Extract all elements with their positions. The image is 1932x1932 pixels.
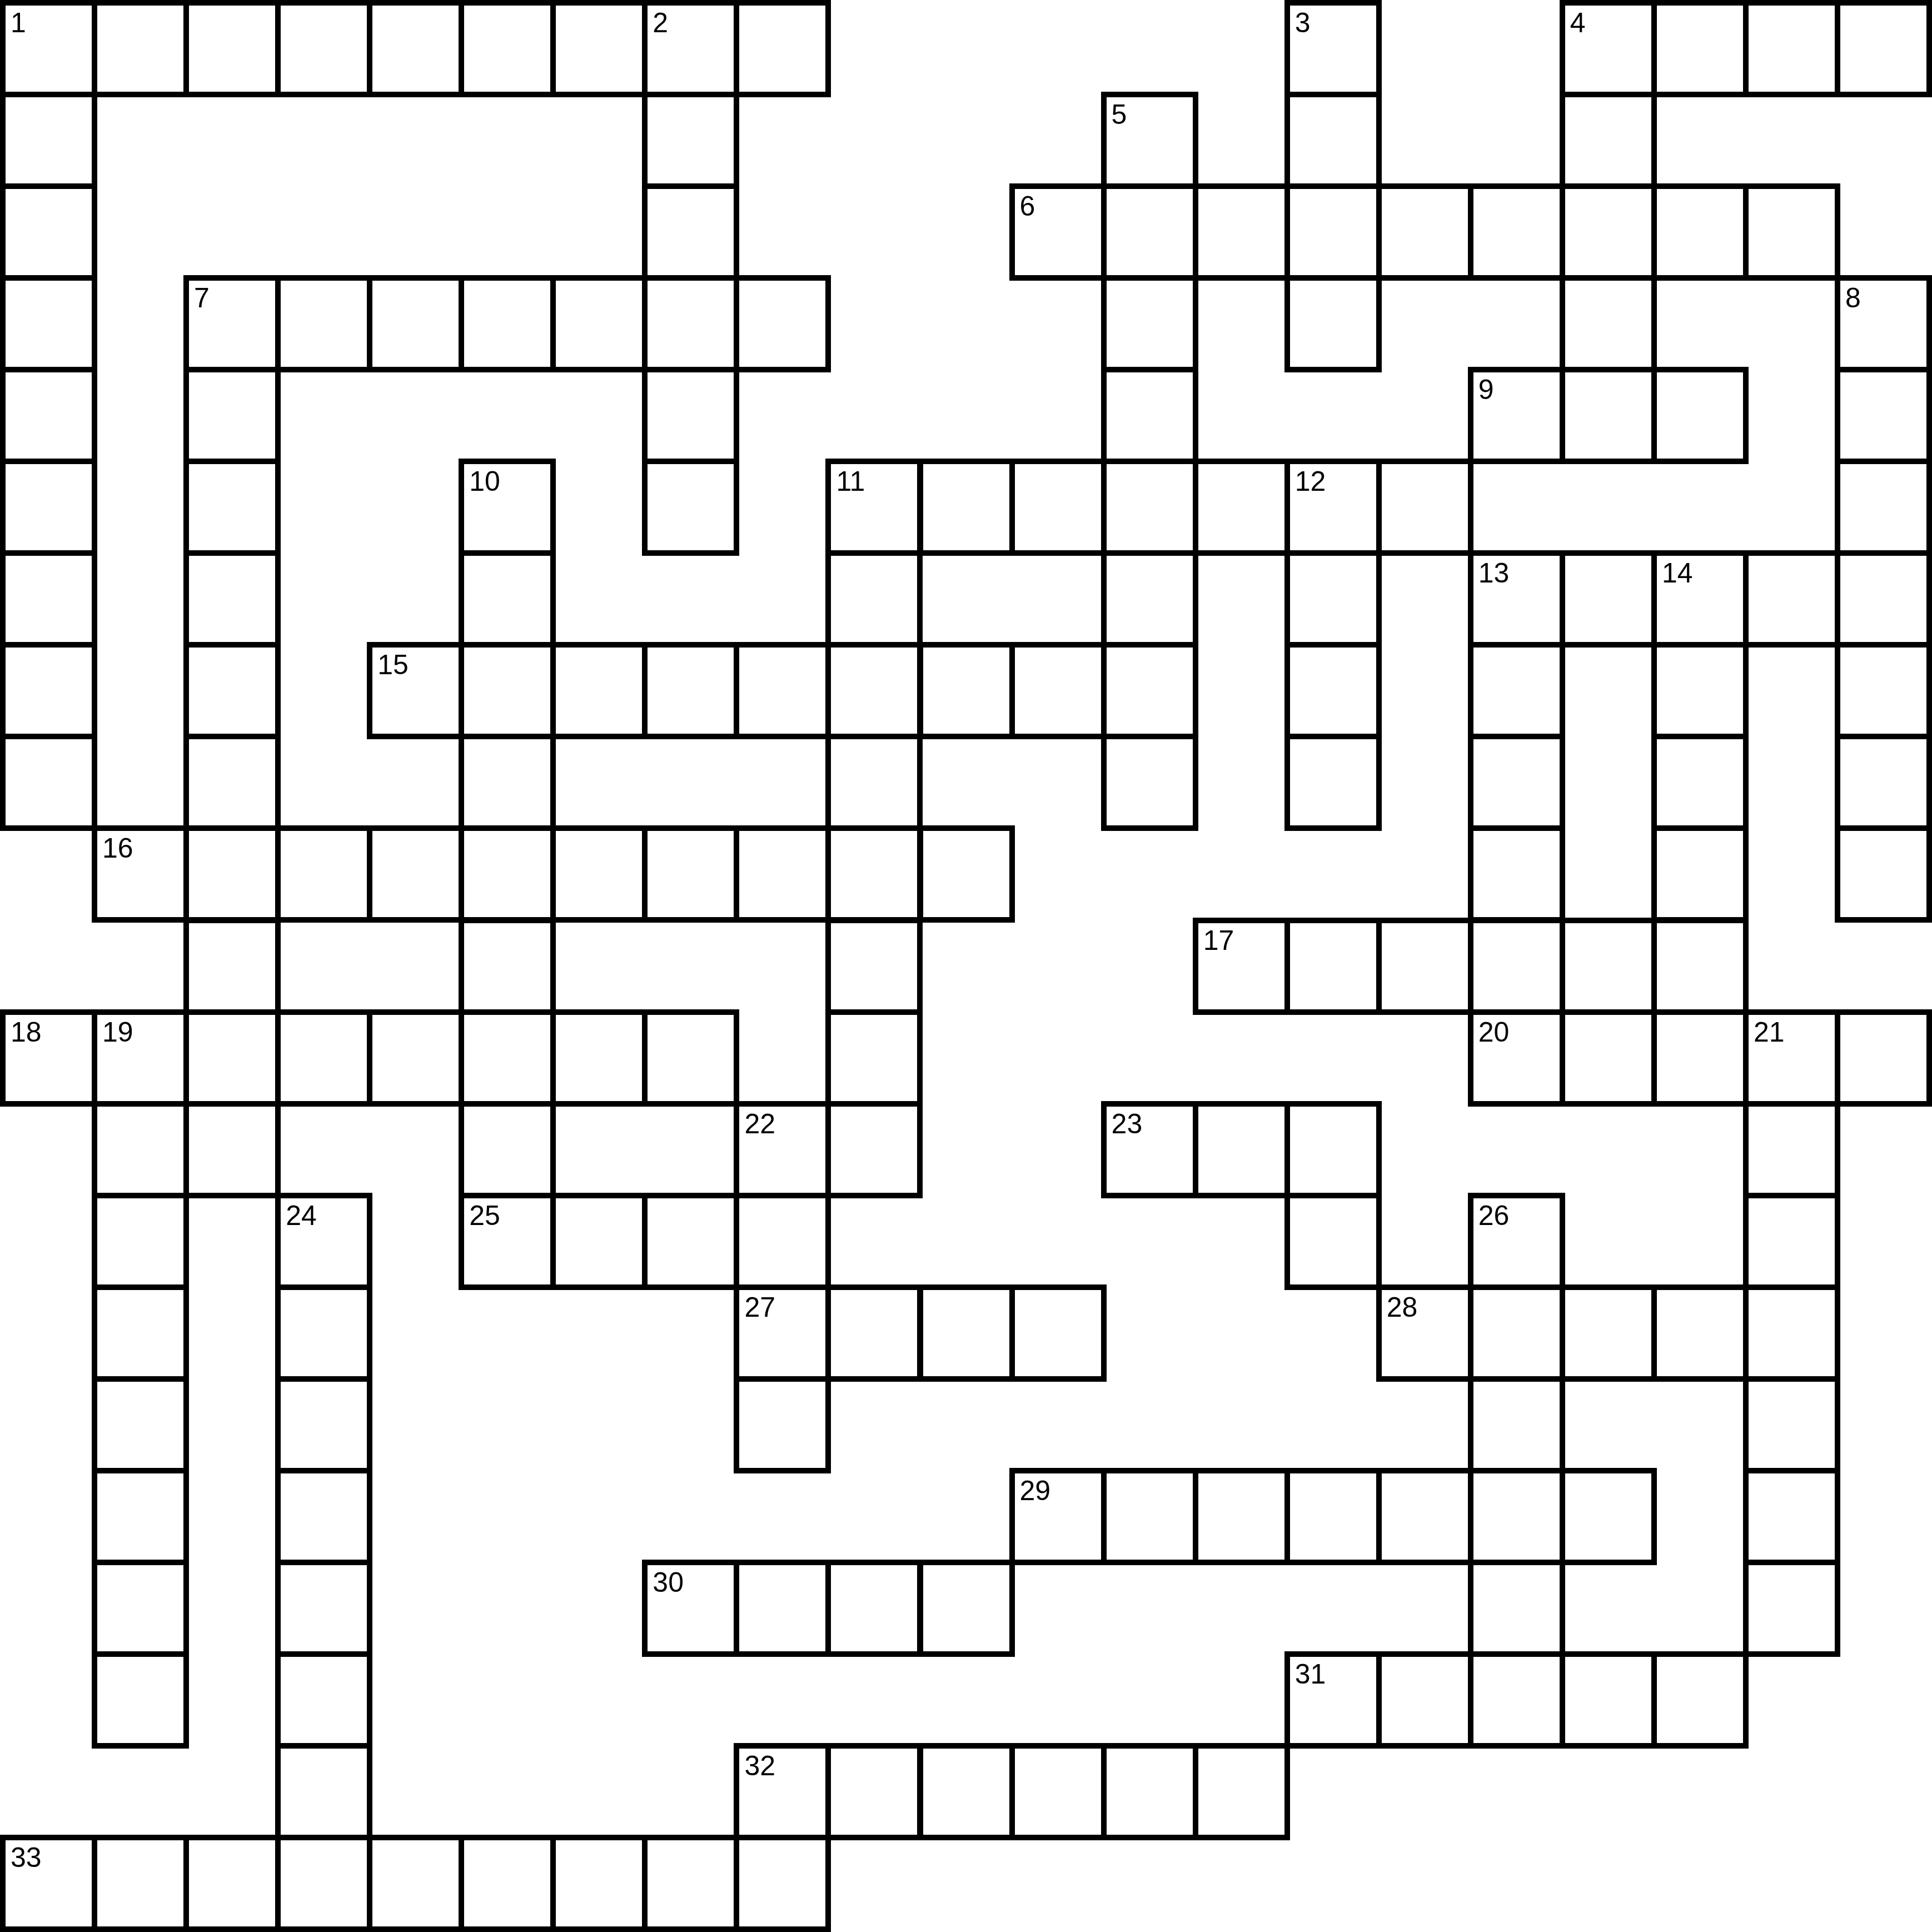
cell-r12c8[interactable]: 22 — [734, 1101, 831, 1198]
cell-r0c8[interactable] — [734, 0, 831, 97]
cell-r16c17[interactable] — [1560, 1468, 1657, 1565]
cell-r7c6[interactable] — [550, 642, 648, 739]
cell-r3c17[interactable] — [1560, 275, 1657, 372]
cell-r3c4[interactable] — [367, 275, 464, 372]
cell-r3c3[interactable] — [275, 275, 372, 372]
cell-r7c18[interactable] — [1651, 642, 1749, 739]
cell-r6c0[interactable] — [0, 550, 97, 648]
cell-r19c3[interactable] — [275, 1743, 372, 1840]
cell-r8c12[interactable] — [1101, 734, 1198, 831]
cell-r1c17[interactable] — [1560, 92, 1657, 189]
cell-r3c6[interactable] — [550, 275, 648, 372]
cell-r0c7[interactable]: 2 — [642, 0, 739, 97]
cell-r9c8[interactable] — [734, 825, 831, 923]
cell-r10c13[interactable]: 17 — [1193, 918, 1290, 1015]
cell-r11c3[interactable] — [275, 1009, 372, 1107]
clue-number-3: 3 — [1295, 7, 1311, 39]
cell-r5c5[interactable]: 10 — [459, 459, 556, 556]
cell-r9c16[interactable] — [1468, 825, 1565, 923]
cell-r7c12[interactable] — [1101, 642, 1198, 739]
cell-r18c3[interactable] — [275, 1651, 372, 1749]
cell-r5c13[interactable] — [1193, 459, 1290, 556]
cell-r16c16[interactable] — [1468, 1468, 1565, 1565]
cell-r8c18[interactable] — [1651, 734, 1749, 831]
cell-r6c9[interactable] — [825, 550, 923, 648]
cell-r20c4[interactable] — [367, 1835, 464, 1932]
cell-r7c11[interactable] — [1009, 642, 1107, 739]
clue-number-20: 20 — [1478, 1016, 1510, 1048]
cell-r11c18[interactable] — [1651, 1009, 1749, 1107]
cell-r6c5[interactable] — [459, 550, 556, 648]
cell-r20c7[interactable] — [642, 1835, 739, 1932]
cell-r14c19[interactable] — [1743, 1284, 1840, 1382]
cell-r5c11[interactable] — [1009, 459, 1107, 556]
clue-number-4: 4 — [1570, 7, 1586, 39]
cell-r10c16[interactable] — [1468, 918, 1565, 1015]
cell-r17c19[interactable] — [1743, 1560, 1840, 1657]
cell-r17c10[interactable] — [918, 1560, 1015, 1657]
cell-r2c17[interactable] — [1560, 183, 1657, 281]
cell-r14c3[interactable] — [275, 1284, 372, 1382]
cell-r3c12[interactable] — [1101, 275, 1198, 372]
cell-r5c14[interactable]: 12 — [1284, 459, 1382, 556]
cell-r0c3[interactable] — [275, 0, 372, 97]
cell-r7c20[interactable] — [1835, 642, 1932, 739]
cell-r1c0[interactable] — [0, 92, 97, 189]
cell-r8c9[interactable] — [825, 734, 923, 831]
cell-r3c14[interactable] — [1284, 275, 1382, 372]
cell-r11c16[interactable]: 20 — [1468, 1009, 1565, 1107]
cell-r5c20[interactable] — [1835, 459, 1932, 556]
cell-r16c14[interactable] — [1284, 1468, 1382, 1565]
cell-r2c18[interactable] — [1651, 183, 1749, 281]
cell-r7c2[interactable] — [183, 642, 281, 739]
cell-r10c9[interactable] — [825, 918, 923, 1015]
cell-r13c6[interactable] — [550, 1193, 648, 1290]
cell-r4c7[interactable] — [642, 367, 739, 464]
clue-number-31: 31 — [1295, 1658, 1326, 1690]
cell-r11c9[interactable] — [825, 1009, 923, 1107]
cell-r6c20[interactable] — [1835, 550, 1932, 648]
cell-r6c14[interactable] — [1284, 550, 1382, 648]
cell-r17c9[interactable] — [825, 1560, 923, 1657]
cell-r11c2[interactable] — [183, 1009, 281, 1107]
cell-r20c0[interactable]: 33 — [0, 1835, 97, 1932]
cell-r13c19[interactable] — [1743, 1193, 1840, 1290]
clue-number-1: 1 — [11, 7, 26, 39]
cell-r14c15[interactable]: 28 — [1376, 1284, 1473, 1382]
clue-number-26: 26 — [1478, 1199, 1510, 1232]
cell-r7c9[interactable] — [825, 642, 923, 739]
cell-r3c2[interactable]: 7 — [183, 275, 281, 372]
cell-r2c16[interactable] — [1468, 183, 1565, 281]
cell-r13c16[interactable]: 26 — [1468, 1193, 1565, 1290]
cell-r13c3[interactable]: 24 — [275, 1193, 372, 1290]
cell-r0c2[interactable] — [183, 0, 281, 97]
cell-r3c7[interactable] — [642, 275, 739, 372]
cell-r12c9[interactable] — [825, 1101, 923, 1198]
cell-r9c3[interactable] — [275, 825, 372, 923]
cell-r11c19[interactable]: 21 — [1743, 1009, 1840, 1107]
cell-r0c19[interactable] — [1743, 0, 1840, 97]
cell-r7c10[interactable] — [918, 642, 1015, 739]
cell-r17c1[interactable] — [92, 1560, 189, 1657]
cell-r7c7[interactable] — [642, 642, 739, 739]
cell-r15c19[interactable] — [1743, 1376, 1840, 1473]
cell-r9c9[interactable] — [825, 825, 923, 923]
cell-r4c17[interactable] — [1560, 367, 1657, 464]
cell-r0c5[interactable] — [459, 0, 556, 97]
cell-r3c8[interactable] — [734, 275, 831, 372]
cell-r5c9[interactable]: 11 — [825, 459, 923, 556]
cell-r14c9[interactable] — [825, 1284, 923, 1382]
cell-r11c6[interactable] — [550, 1009, 648, 1107]
cell-r12c19[interactable] — [1743, 1101, 1840, 1198]
cell-r18c14[interactable]: 31 — [1284, 1651, 1382, 1749]
clue-number-32: 32 — [744, 1750, 775, 1782]
cell-r2c0[interactable] — [0, 183, 97, 281]
clue-number-17: 17 — [1203, 924, 1234, 957]
cell-r3c5[interactable] — [459, 275, 556, 372]
crossword-grid: 1234567891011121314151617181920212223242… — [0, 0, 1932, 1932]
cell-r5c7[interactable] — [642, 459, 739, 556]
cell-r2c12[interactable] — [1101, 183, 1198, 281]
cell-r3c20[interactable]: 8 — [1835, 275, 1932, 372]
clue-number-22: 22 — [744, 1108, 775, 1140]
cell-r7c8[interactable] — [734, 642, 831, 739]
cell-r12c12[interactable]: 23 — [1101, 1101, 1198, 1198]
cell-r9c10[interactable] — [918, 825, 1015, 923]
cell-r7c14[interactable] — [1284, 642, 1382, 739]
clue-number-8: 8 — [1845, 282, 1861, 314]
cell-r18c17[interactable] — [1560, 1651, 1657, 1749]
cell-r2c14[interactable] — [1284, 183, 1382, 281]
cell-r14c17[interactable] — [1560, 1284, 1657, 1382]
clue-number-10: 10 — [469, 465, 500, 497]
cell-r20c2[interactable] — [183, 1835, 281, 1932]
cell-r8c16[interactable] — [1468, 734, 1565, 831]
cell-r16c13[interactable] — [1193, 1468, 1290, 1565]
cell-r16c1[interactable] — [92, 1468, 189, 1565]
clue-number-18: 18 — [11, 1016, 42, 1048]
cell-r10c5[interactable] — [459, 918, 556, 1015]
clue-number-19: 19 — [102, 1016, 133, 1048]
clue-number-13: 13 — [1478, 557, 1510, 589]
cell-r6c16[interactable]: 13 — [1468, 550, 1565, 648]
cell-r9c20[interactable] — [1835, 825, 1932, 923]
cell-r4c18[interactable] — [1651, 367, 1749, 464]
cell-r4c2[interactable] — [183, 367, 281, 464]
cell-r6c18[interactable]: 14 — [1651, 550, 1749, 648]
cell-r14c16[interactable] — [1468, 1284, 1565, 1382]
cell-r14c18[interactable] — [1651, 1284, 1749, 1382]
clue-number-5: 5 — [1112, 98, 1127, 131]
cell-r19c11[interactable] — [1009, 1743, 1107, 1840]
cell-r1c12[interactable]: 5 — [1101, 92, 1198, 189]
cell-r18c15[interactable] — [1376, 1651, 1473, 1749]
cell-r4c20[interactable] — [1835, 367, 1932, 464]
cell-r7c5[interactable] — [459, 642, 556, 739]
clue-number-30: 30 — [653, 1566, 684, 1599]
cell-r15c8[interactable] — [734, 1376, 831, 1473]
cell-r18c18[interactable] — [1651, 1651, 1749, 1749]
cell-r0c17[interactable]: 4 — [1560, 0, 1657, 97]
cell-r20c6[interactable] — [550, 1835, 648, 1932]
cell-r8c5[interactable] — [459, 734, 556, 831]
clue-number-11: 11 — [836, 465, 865, 497]
clue-number-7: 7 — [194, 282, 210, 314]
cell-r19c13[interactable] — [1193, 1743, 1290, 1840]
cell-r7c0[interactable] — [0, 642, 97, 739]
cell-r9c6[interactable] — [550, 825, 648, 923]
cell-r10c17[interactable] — [1560, 918, 1657, 1015]
cell-r13c7[interactable] — [642, 1193, 739, 1290]
cell-r0c6[interactable] — [550, 0, 648, 97]
cell-r9c2[interactable] — [183, 825, 281, 923]
cell-r12c14[interactable] — [1284, 1101, 1382, 1198]
cell-r5c15[interactable] — [1376, 459, 1473, 556]
cell-r14c11[interactable] — [1009, 1284, 1107, 1382]
cell-r4c12[interactable] — [1101, 367, 1198, 464]
cell-r20c8[interactable] — [734, 1835, 831, 1932]
cell-r2c13[interactable] — [1193, 183, 1290, 281]
cell-r17c16[interactable] — [1468, 1560, 1565, 1657]
cell-r6c2[interactable] — [183, 550, 281, 648]
cell-r14c8[interactable]: 27 — [734, 1284, 831, 1382]
cell-r12c2[interactable] — [183, 1101, 281, 1198]
cell-r17c7[interactable]: 30 — [642, 1560, 739, 1657]
cell-r4c0[interactable] — [0, 367, 97, 464]
cell-r6c19[interactable] — [1743, 550, 1840, 648]
cell-r7c16[interactable] — [1468, 642, 1565, 739]
clue-number-15: 15 — [377, 649, 409, 681]
clue-number-16: 16 — [102, 832, 133, 864]
cell-r16c19[interactable] — [1743, 1468, 1840, 1565]
cell-r13c8[interactable] — [734, 1193, 831, 1290]
cell-r13c14[interactable] — [1284, 1193, 1382, 1290]
cell-r9c1[interactable]: 16 — [92, 825, 189, 923]
cell-r9c18[interactable] — [1651, 825, 1749, 923]
cell-r5c2[interactable] — [183, 459, 281, 556]
cell-r8c20[interactable] — [1835, 734, 1932, 831]
cell-r0c14[interactable]: 3 — [1284, 0, 1382, 97]
cell-r18c1[interactable] — [92, 1651, 189, 1749]
cell-r3c0[interactable] — [0, 275, 97, 372]
cell-r11c1[interactable]: 19 — [92, 1009, 189, 1107]
cell-r20c5[interactable] — [459, 1835, 556, 1932]
clue-number-27: 27 — [744, 1291, 775, 1323]
cell-r6c12[interactable] — [1101, 550, 1198, 648]
cell-r14c1[interactable] — [92, 1284, 189, 1382]
cell-r16c11[interactable]: 29 — [1009, 1468, 1107, 1565]
clue-number-25: 25 — [469, 1199, 500, 1232]
clue-number-6: 6 — [1020, 190, 1035, 222]
cell-r7c4[interactable]: 15 — [367, 642, 464, 739]
cell-r16c12[interactable] — [1101, 1468, 1198, 1565]
cell-r1c7[interactable] — [642, 92, 739, 189]
cell-r17c3[interactable] — [275, 1560, 372, 1657]
cell-r11c17[interactable] — [1560, 1009, 1657, 1107]
cell-r2c19[interactable] — [1743, 183, 1840, 281]
cell-r18c16[interactable] — [1468, 1651, 1565, 1749]
cell-r19c8[interactable]: 32 — [734, 1743, 831, 1840]
clue-number-9: 9 — [1478, 374, 1494, 406]
cell-r12c13[interactable] — [1193, 1101, 1290, 1198]
cell-r19c9[interactable] — [825, 1743, 923, 1840]
clue-number-24: 24 — [286, 1199, 317, 1232]
clue-number-2: 2 — [653, 7, 668, 39]
cell-r8c0[interactable] — [0, 734, 97, 831]
cell-r20c1[interactable] — [92, 1835, 189, 1932]
clue-number-28: 28 — [1387, 1291, 1418, 1323]
cell-r5c12[interactable] — [1101, 459, 1198, 556]
cell-r10c15[interactable] — [1376, 918, 1473, 1015]
cell-r0c0[interactable]: 1 — [0, 0, 97, 97]
cell-r0c18[interactable] — [1651, 0, 1749, 97]
cell-r0c1[interactable] — [92, 0, 189, 97]
cell-r15c1[interactable] — [92, 1376, 189, 1473]
cell-r2c15[interactable] — [1376, 183, 1473, 281]
cell-r9c5[interactable] — [459, 825, 556, 923]
cell-r4c16[interactable]: 9 — [1468, 367, 1565, 464]
cell-r12c1[interactable] — [92, 1101, 189, 1198]
cell-r8c14[interactable] — [1284, 734, 1382, 831]
cell-r11c20[interactable] — [1835, 1009, 1932, 1107]
cell-r10c14[interactable] — [1284, 918, 1382, 1015]
cell-r10c18[interactable] — [1651, 918, 1749, 1015]
cell-r11c7[interactable] — [642, 1009, 739, 1107]
cell-r15c3[interactable] — [275, 1376, 372, 1473]
cell-r16c15[interactable] — [1376, 1468, 1473, 1565]
cell-r11c4[interactable] — [367, 1009, 464, 1107]
cell-r13c1[interactable] — [92, 1193, 189, 1290]
cell-r13c5[interactable]: 25 — [459, 1193, 556, 1290]
cell-r0c20[interactable] — [1835, 0, 1932, 97]
cell-r2c11[interactable]: 6 — [1009, 183, 1107, 281]
cell-r17c8[interactable] — [734, 1560, 831, 1657]
cell-r19c10[interactable] — [918, 1743, 1015, 1840]
clue-number-14: 14 — [1662, 557, 1693, 589]
cell-r11c5[interactable] — [459, 1009, 556, 1107]
cell-r0c4[interactable] — [367, 0, 464, 97]
cell-r10c2[interactable] — [183, 918, 281, 1015]
cell-r20c3[interactable] — [275, 1835, 372, 1932]
crossword-page: 1234567891011121314151617181920212223242… — [0, 0, 1932, 1932]
clue-number-29: 29 — [1020, 1475, 1051, 1507]
cell-r6c17[interactable] — [1560, 550, 1657, 648]
clue-number-33: 33 — [11, 1841, 42, 1874]
clue-number-23: 23 — [1112, 1108, 1143, 1140]
cell-r11c0[interactable]: 18 — [0, 1009, 97, 1107]
cell-r5c0[interactable] — [0, 459, 97, 556]
cell-r14c10[interactable] — [918, 1284, 1015, 1382]
cell-r9c4[interactable] — [367, 825, 464, 923]
cell-r12c5[interactable] — [459, 1101, 556, 1198]
cell-r9c7[interactable] — [642, 825, 739, 923]
cell-r1c14[interactable] — [1284, 92, 1382, 189]
cell-r2c7[interactable] — [642, 183, 739, 281]
clue-number-12: 12 — [1295, 465, 1326, 497]
clue-number-21: 21 — [1754, 1016, 1785, 1048]
cell-r19c12[interactable] — [1101, 1743, 1198, 1840]
cell-r16c3[interactable] — [275, 1468, 372, 1565]
cell-r15c16[interactable] — [1468, 1376, 1565, 1473]
cell-r5c10[interactable] — [918, 459, 1015, 556]
cell-r8c2[interactable] — [183, 734, 281, 831]
